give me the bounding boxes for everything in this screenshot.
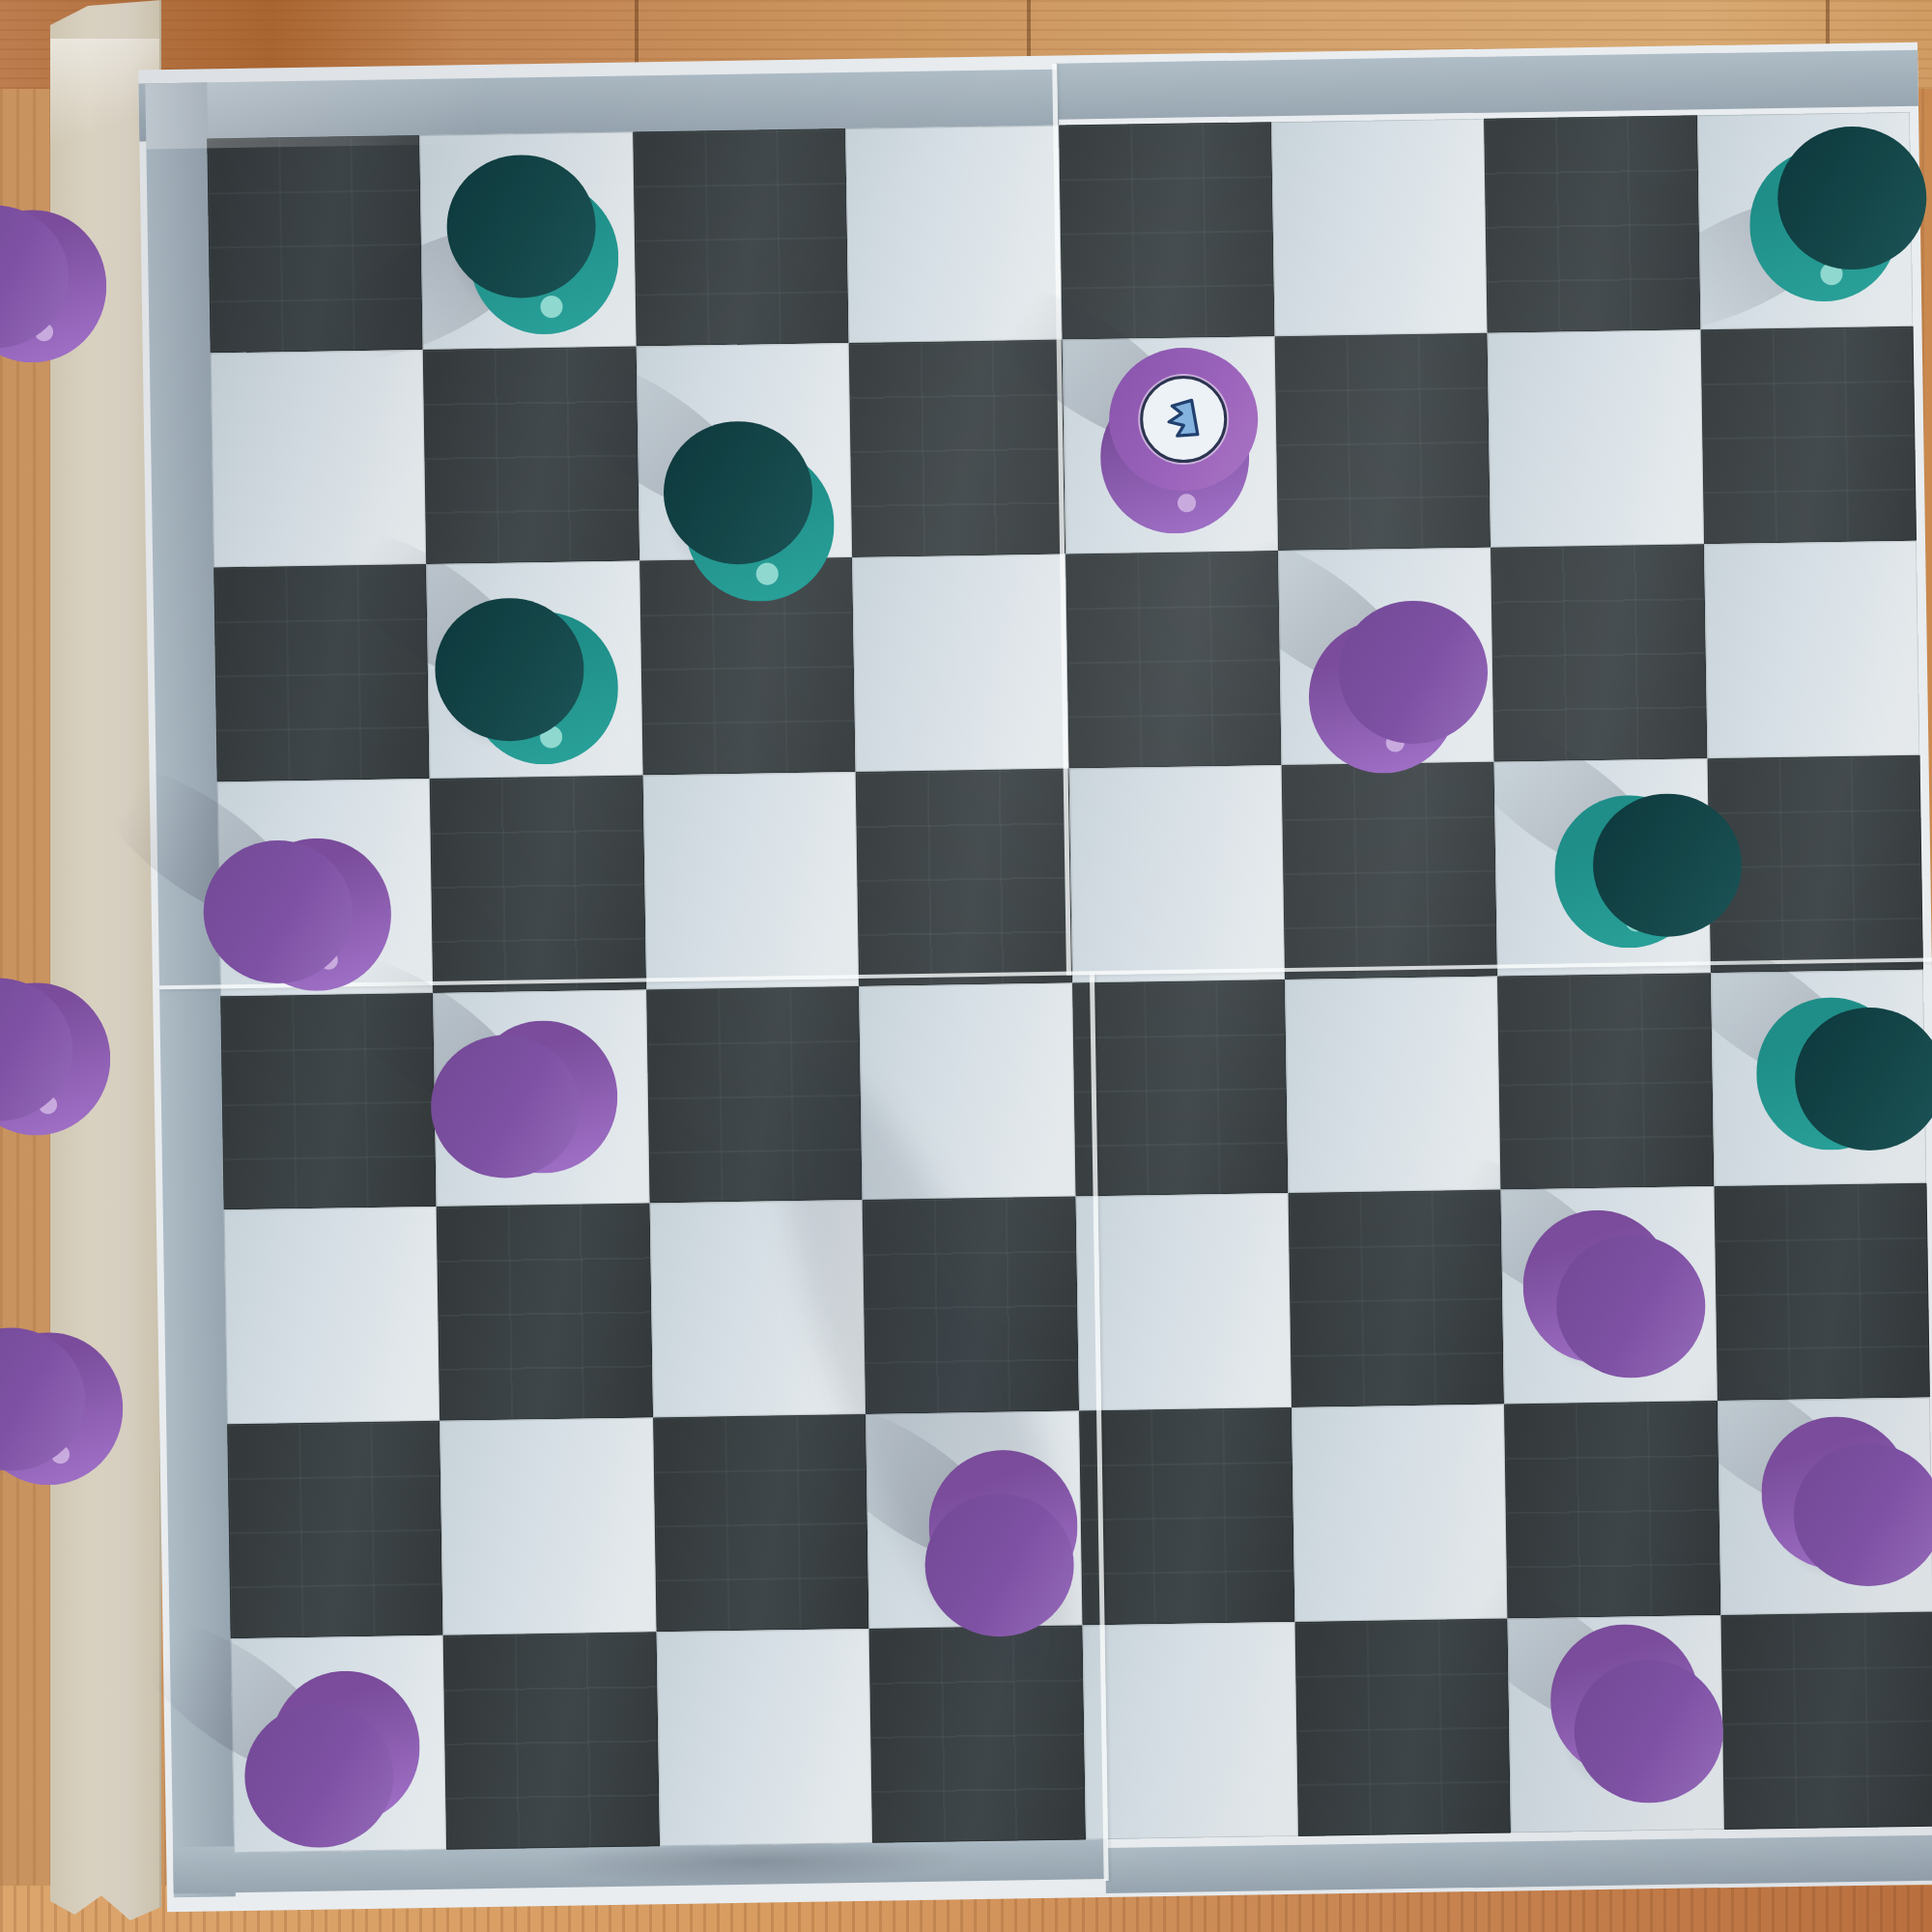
checker-teal-man[interactable] [654,412,838,596]
king-crown-sticker [1140,376,1227,463]
square-h3[interactable] [1714,1183,1930,1401]
checker-purple-man[interactable] [1765,1415,1932,1599]
crown-icon [1152,388,1215,451]
square-h1[interactable] [1720,1612,1932,1830]
square-b1[interactable] [443,1632,660,1849]
checkers-photo-stage [0,0,1932,1932]
board-border-bottom-right-sheet [1105,1834,1932,1893]
square-b2[interactable] [440,1418,657,1635]
square-e3[interactable] [1075,1193,1292,1410]
checker-purple-king[interactable] [1089,341,1272,525]
square-a2[interactable] [227,1421,443,1638]
square-f5[interactable] [1281,761,1497,979]
square-g4[interactable] [1497,973,1714,1190]
square-e1[interactable] [1082,1622,1298,1839]
piece-top-face [1795,1008,1932,1151]
square-a7[interactable] [211,350,427,567]
square-c8[interactable] [633,128,849,346]
piece-top-face [664,421,812,564]
checker-teal-man[interactable] [438,146,621,329]
piece-top-face [244,1705,393,1848]
checker-purple-man[interactable] [427,1011,611,1195]
square-h7[interactable] [1700,327,1917,544]
checker-purple-man[interactable] [237,1674,420,1858]
piece-top-face [431,1036,580,1179]
square-f8[interactable] [1271,119,1488,336]
square-b5[interactable] [430,775,646,992]
square-f7[interactable] [1274,333,1491,551]
checker-purple-man[interactable] [1548,1629,1732,1812]
piece-top-face [204,840,353,983]
checker-purple-man-captured[interactable] [0,1311,116,1494]
piece-top-face [1556,1235,1705,1378]
square-d5[interactable] [856,768,1072,985]
square-c5[interactable] [642,772,859,989]
square-d6[interactable] [852,554,1068,771]
checker-purple-man-captured[interactable] [0,188,99,372]
piece-top-face [435,598,583,741]
piece-top-face [1794,1443,1932,1586]
checker-purple-man-captured[interactable] [0,961,103,1145]
square-c1[interactable] [656,1629,872,1846]
piece-top-face [1777,127,1926,270]
piece-top-face [1109,348,1258,491]
square-b3[interactable] [437,1204,653,1421]
piece-top-face [447,155,596,298]
board-border-top-right-sheet [1056,50,1918,120]
checker-teal-man[interactable] [1750,116,1932,299]
checker-teal-man[interactable] [430,584,613,768]
square-e8[interactable] [1059,122,1275,339]
square-g7[interactable] [1488,329,1704,547]
checker-teal-man[interactable] [1562,776,1746,959]
square-e2[interactable] [1079,1407,1295,1625]
piece-top-face [1339,601,1488,744]
square-e4[interactable] [1072,980,1289,1197]
piece-top-face [1575,1660,1723,1803]
square-e5[interactable] [1068,765,1285,982]
checker-teal-man[interactable] [1764,985,1932,1169]
piece-top-face [1593,794,1742,937]
square-h6[interactable] [1704,540,1920,757]
checker-purple-man[interactable] [909,1460,1093,1643]
square-a3[interactable] [224,1207,440,1424]
piece-top-face [925,1493,1074,1636]
